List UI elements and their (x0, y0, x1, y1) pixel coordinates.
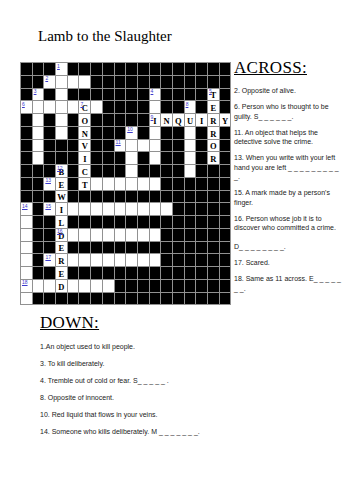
grid-cell (44, 267, 55, 279)
grid-cell[interactable]: 1 (56, 63, 67, 75)
grid-cell[interactable]: 4 (150, 89, 161, 101)
grid-cell (115, 152, 126, 164)
grid-cell[interactable] (115, 229, 126, 241)
grid-cell[interactable]: 11 (115, 140, 126, 152)
grid-cell (138, 165, 149, 177)
grid-cell (33, 293, 44, 305)
across-clue: 15. A mark made by a person's finger. (234, 188, 342, 207)
cell-letter: T (82, 178, 88, 189)
grid-cell (150, 280, 161, 292)
grid-cell (33, 254, 44, 266)
across-clue: 13. When you write with your left hand y… (234, 153, 342, 182)
grid-cell[interactable] (56, 127, 67, 139)
grid-cell (220, 140, 231, 152)
grid-cell[interactable]: 8 (185, 101, 196, 113)
across-heading: ACROSS: (234, 58, 342, 78)
grid-cell[interactable]: D (56, 280, 67, 292)
grid-cell (161, 254, 172, 266)
grid-cell (196, 140, 207, 152)
grid-cell[interactable] (138, 203, 149, 215)
grid-cell[interactable]: E (56, 242, 67, 254)
grid-cell (173, 267, 184, 279)
grid-cell[interactable] (91, 203, 102, 215)
grid-cell[interactable] (161, 203, 172, 215)
grid-cell[interactable] (56, 101, 67, 113)
grid-cell[interactable]: E (208, 101, 219, 113)
grid-cell (208, 178, 219, 190)
grid-cell (220, 293, 231, 305)
grid-cell (150, 267, 161, 279)
grid-cell (126, 280, 137, 292)
grid-cell (126, 76, 137, 88)
across-clue: 2. Opposite of alive. (234, 86, 342, 96)
grid-cell[interactable]: 2 (44, 76, 55, 88)
grid-cell[interactable] (138, 178, 149, 190)
cell-number: 1 (57, 63, 60, 69)
grid-cell (21, 89, 32, 101)
grid-cell[interactable] (21, 267, 32, 279)
cell-letter: R (58, 255, 64, 266)
grid-cell[interactable] (115, 254, 126, 266)
grid-cell (150, 63, 161, 75)
grid-cell[interactable]: I9 (150, 114, 161, 126)
cell-letter: L (59, 216, 65, 227)
grid-cell (68, 63, 79, 75)
grid-cell[interactable]: I (56, 203, 67, 215)
grid-cell[interactable] (103, 203, 114, 215)
grid-cell (173, 293, 184, 305)
grid-cell (21, 114, 32, 126)
grid-cell (44, 242, 55, 254)
grid-cell (173, 101, 184, 113)
grid-cell[interactable] (185, 127, 196, 139)
grid-cell (115, 280, 126, 292)
grid-cell (115, 293, 126, 305)
down-clue: 4. Tremble out of cold or fear. S_ _ _ _… (40, 376, 330, 386)
down-heading: DOWN: (40, 313, 330, 333)
grid-cell[interactable] (103, 280, 114, 292)
grid-cell (115, 216, 126, 228)
cell-number: 15 (45, 203, 51, 209)
grid-cell (220, 76, 231, 88)
down-section: DOWN: 1.An object used to kill people.3.… (40, 313, 330, 444)
grid-cell[interactable] (79, 254, 90, 266)
grid-cell[interactable] (103, 178, 114, 190)
grid-cell[interactable] (21, 254, 32, 266)
grid-cell[interactable]: 13 (44, 178, 55, 190)
grid-cell[interactable]: Y (220, 114, 231, 126)
down-clue: 8. Opposite of innocent. (40, 393, 330, 403)
grid-cell[interactable] (126, 178, 137, 190)
grid-cell[interactable]: R (56, 254, 67, 266)
grid-cell (103, 293, 114, 305)
grid-cell (138, 152, 149, 164)
grid-cell (103, 140, 114, 152)
grid-cell[interactable] (68, 254, 79, 266)
grid-cell (208, 165, 219, 177)
grid-cell (56, 140, 67, 152)
grid-cell (79, 242, 90, 254)
grid-cell (208, 254, 219, 266)
grid-cell (161, 127, 172, 139)
grid-cell[interactable] (33, 152, 44, 164)
cell-letter: D (58, 280, 64, 291)
grid-cell[interactable] (68, 76, 79, 88)
grid-cell (173, 280, 184, 292)
grid-cell (173, 127, 184, 139)
grid-cell (138, 267, 149, 279)
grid-cell[interactable] (68, 280, 79, 292)
grid-cell[interactable] (185, 165, 196, 177)
grid-cell (161, 140, 172, 152)
grid-cell (185, 293, 196, 305)
grid-cell (196, 152, 207, 164)
grid-cell (115, 89, 126, 101)
grid-cell (196, 254, 207, 266)
grid-cell (115, 127, 126, 139)
grid-cell (44, 89, 55, 101)
grid-cell[interactable] (150, 254, 161, 266)
grid-cell[interactable]: T (79, 178, 90, 190)
grid-cell (196, 293, 207, 305)
cell-letter: V (82, 140, 88, 151)
cell-number: 2 (45, 75, 48, 81)
cell-letter: C (82, 165, 88, 176)
grid-cell[interactable] (138, 229, 149, 241)
grid-cell (79, 89, 90, 101)
grid-cell (68, 152, 79, 164)
grid-cell[interactable] (33, 127, 44, 139)
grid-cell (79, 63, 90, 75)
grid-cell (126, 216, 137, 228)
grid-cell (220, 203, 231, 215)
grid-cell (173, 165, 184, 177)
grid-cell[interactable]: U (185, 114, 196, 126)
grid-cell[interactable]: T5 (208, 89, 219, 101)
grid-cell (115, 242, 126, 254)
grid-cell[interactable]: N (161, 114, 172, 126)
cell-number: 14 (22, 203, 28, 209)
grid-cell[interactable] (91, 254, 102, 266)
grid-cell (185, 267, 196, 279)
grid-cell[interactable] (185, 140, 196, 152)
grid-cell[interactable] (126, 152, 137, 164)
grid-cell (196, 165, 207, 177)
grid-cell[interactable] (56, 89, 67, 101)
grid-cell (103, 101, 114, 113)
grid-cell (196, 63, 207, 75)
grid-cell (33, 63, 44, 75)
grid-cell[interactable] (68, 203, 79, 215)
grid-cell (91, 267, 102, 279)
grid-cell (173, 140, 184, 152)
grid-cell[interactable]: W (56, 191, 67, 203)
grid-cell[interactable] (56, 76, 67, 88)
grid-cell (68, 216, 79, 228)
grid-cell[interactable]: C (79, 165, 90, 177)
grid-cell (161, 191, 172, 203)
grid-cell (150, 165, 161, 177)
grid-cell[interactable]: R (208, 114, 219, 126)
grid-cell[interactable] (56, 114, 67, 126)
grid-cell[interactable] (126, 165, 137, 177)
grid-cell[interactable] (126, 203, 137, 215)
grid-cell (103, 267, 114, 279)
grid-cell[interactable]: R (208, 152, 219, 164)
grid-cell (161, 178, 172, 190)
grid-cell[interactable] (33, 280, 44, 292)
grid-cell[interactable] (79, 76, 90, 88)
grid-cell (208, 76, 219, 88)
grid-cell (220, 254, 231, 266)
grid-cell[interactable] (21, 293, 32, 305)
grid-cell[interactable]: 6 (21, 101, 32, 113)
cell-letter: I (60, 204, 63, 215)
grid-cell (44, 152, 55, 164)
grid-cell (173, 89, 184, 101)
grid-cell (161, 89, 172, 101)
grid-cell (115, 114, 126, 126)
grid-cell[interactable] (150, 127, 161, 139)
grid-cell (44, 140, 55, 152)
grid-cell[interactable] (150, 152, 161, 164)
grid-cell (115, 191, 126, 203)
grid-cell (208, 216, 219, 228)
grid-cell (138, 114, 149, 126)
grid-cell (138, 293, 149, 305)
grid-cell (79, 293, 90, 305)
grid-cell[interactable] (68, 101, 79, 113)
grid-cell (44, 191, 55, 203)
grid-cell (21, 178, 32, 190)
grid-cell (196, 101, 207, 113)
grid-cell[interactable] (185, 152, 196, 164)
grid-cell (161, 293, 172, 305)
grid-cell[interactable]: 15 (44, 203, 55, 215)
grid-cell[interactable] (91, 229, 102, 241)
grid-cell (91, 140, 102, 152)
grid-cell[interactable] (138, 254, 149, 266)
grid-cell (220, 242, 231, 254)
grid-cell[interactable]: L (56, 216, 67, 228)
grid-cell (115, 101, 126, 113)
grid-cell (103, 242, 114, 254)
grid-cell (21, 191, 32, 203)
grid-cell[interactable] (21, 242, 32, 254)
grid-cell (161, 165, 172, 177)
cell-letter: R (210, 127, 216, 138)
grid-cell (161, 216, 172, 228)
grid-cell[interactable] (33, 114, 44, 126)
grid-cell (208, 280, 219, 292)
grid-cell (56, 293, 67, 305)
cell-letter: Y (222, 114, 228, 125)
grid-cell (44, 114, 55, 126)
grid-cell[interactable] (79, 280, 90, 292)
grid-cell[interactable]: E (56, 267, 67, 279)
grid-cell (103, 127, 114, 139)
cell-number: 17 (45, 254, 51, 260)
cell-number: 4 (151, 88, 154, 94)
cell-number: 3 (34, 88, 37, 94)
grid-cell (161, 76, 172, 88)
cell-letter: I (83, 153, 86, 164)
grid-cell (196, 267, 207, 279)
grid-cell (173, 178, 184, 190)
grid-cell (196, 203, 207, 215)
across-clue: 17. Scared. (234, 258, 342, 268)
grid-cell[interactable] (150, 178, 161, 190)
grid-cell[interactable] (150, 229, 161, 241)
grid-cell (161, 242, 172, 254)
grid-cell (126, 63, 137, 75)
grid-cell (138, 191, 149, 203)
grid-cell[interactable] (91, 280, 102, 292)
grid-cell (196, 229, 207, 241)
grid-cell (138, 242, 149, 254)
grid-cell (91, 293, 102, 305)
grid-cell (185, 178, 196, 190)
grid-cell[interactable]: 17 (44, 254, 55, 266)
grid-cell[interactable] (21, 229, 32, 241)
grid-cell (208, 203, 219, 215)
grid-cell[interactable] (126, 254, 137, 266)
grid-cell (21, 140, 32, 152)
grid-cell[interactable]: 10 (126, 127, 137, 139)
grid-cell[interactable] (103, 229, 114, 241)
grid-cell (68, 127, 79, 139)
grid-cell (44, 216, 55, 228)
grid-cell[interactable] (138, 140, 149, 152)
grid-cell (220, 267, 231, 279)
grid-cell (44, 229, 55, 241)
grid-cell (33, 242, 44, 254)
grid-cell[interactable] (150, 140, 161, 152)
grid-cell[interactable] (150, 203, 161, 215)
grid-cell (44, 63, 55, 75)
grid-cell[interactable] (91, 101, 102, 113)
grid-cell[interactable]: N (79, 127, 90, 139)
grid-cell[interactable]: V (79, 140, 90, 152)
grid-cell (33, 165, 44, 177)
grid-cell[interactable]: 3 (33, 89, 44, 101)
cell-number: 10 (127, 126, 133, 132)
grid-cell (173, 63, 184, 75)
grid-cell[interactable] (44, 101, 55, 113)
grid-cell (33, 229, 44, 241)
grid-cell (21, 76, 32, 88)
grid-cell (173, 216, 184, 228)
grid-cell (185, 216, 196, 228)
grid-cell (138, 127, 149, 139)
grid-cell (185, 229, 196, 241)
across-clue: 6. Person who is thought to be guilty. S… (234, 102, 342, 121)
cell-letter: Q (175, 114, 182, 125)
grid-cell[interactable] (126, 229, 137, 241)
grid-cell (220, 63, 231, 75)
grid-cell[interactable]: O (79, 114, 90, 126)
grid-cell (115, 165, 126, 177)
across-clue: 11. An object that helps the detective s… (234, 128, 342, 147)
grid-cell[interactable]: Q (173, 114, 184, 126)
grid-cell (185, 203, 196, 215)
grid-cell (103, 89, 114, 101)
grid-cell[interactable] (115, 203, 126, 215)
page-title: Lamb to the Slaughter (38, 28, 172, 45)
grid-cell (79, 191, 90, 203)
grid-cell (126, 242, 137, 254)
grid-cell (208, 267, 219, 279)
grid-cell[interactable] (150, 101, 161, 113)
grid-cell (115, 76, 126, 88)
grid-cell[interactable] (115, 178, 126, 190)
grid-cell (138, 101, 149, 113)
grid-cell (150, 191, 161, 203)
grid-cell (44, 127, 55, 139)
grid-cell[interactable] (68, 229, 79, 241)
grid-cell[interactable] (33, 101, 44, 113)
cell-number: 12 (57, 165, 63, 171)
grid-cell (208, 191, 219, 203)
grid-cell[interactable] (44, 280, 55, 292)
grid-cell (185, 191, 196, 203)
grid-cell (91, 76, 102, 88)
cell-number: 16 (57, 228, 63, 234)
grid-cell (196, 127, 207, 139)
grid-cell[interactable]: 14 (21, 203, 32, 215)
cell-number: 9 (151, 114, 154, 120)
grid-cell[interactable]: I (196, 114, 207, 126)
across-section: ACROSS: 2. Opposite of alive.6. Person w… (234, 58, 342, 300)
grid-cell (33, 76, 44, 88)
grid-cell (185, 89, 196, 101)
grid-cell (138, 76, 149, 88)
grid-cell[interactable]: R (208, 127, 219, 139)
grid-cell[interactable] (103, 254, 114, 266)
grid-cell[interactable]: D16 (56, 229, 67, 241)
grid-cell (103, 63, 114, 75)
cell-letter: I (200, 114, 203, 125)
grid-cell (33, 216, 44, 228)
grid-cell (220, 165, 231, 177)
grid-cell[interactable] (21, 216, 32, 228)
grid-cell (220, 280, 231, 292)
cell-number: 6 (22, 101, 25, 107)
grid-cell[interactable] (33, 140, 44, 152)
grid-cell[interactable] (126, 140, 137, 152)
grid-cell (173, 242, 184, 254)
grid-cell[interactable] (79, 229, 90, 241)
grid-cell (208, 242, 219, 254)
grid-cell[interactable]: 18 (21, 280, 32, 292)
grid-cell (103, 76, 114, 88)
grid-cell (138, 280, 149, 292)
grid-cell (126, 267, 137, 279)
grid-cell[interactable]: I (79, 152, 90, 164)
grid-cell[interactable]: C7 (79, 101, 90, 113)
grid-cell (161, 267, 172, 279)
grid-cell (115, 63, 126, 75)
grid-cell[interactable] (79, 203, 90, 215)
grid-cell (21, 165, 32, 177)
grid-cell[interactable]: E (56, 178, 67, 190)
grid-cell[interactable]: B12 (56, 165, 67, 177)
grid-cell (138, 89, 149, 101)
grid-cell (33, 191, 44, 203)
grid-cell[interactable]: O (208, 140, 219, 152)
grid-cell[interactable] (91, 178, 102, 190)
grid-cell (91, 127, 102, 139)
